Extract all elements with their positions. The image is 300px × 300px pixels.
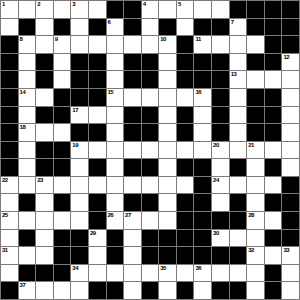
black-cell <box>124 107 141 124</box>
white-cell[interactable]: 22 <box>1 177 18 194</box>
white-cell[interactable]: 24 <box>212 177 229 194</box>
black-cell <box>89 282 106 299</box>
black-cell <box>54 265 71 282</box>
white-cell[interactable] <box>36 89 53 106</box>
black-cell <box>247 19 264 36</box>
clue-number: 30 <box>213 230 219 237</box>
black-cell <box>142 247 159 264</box>
clue-number: 34 <box>72 265 78 272</box>
white-cell[interactable] <box>1 19 18 36</box>
black-cell <box>107 1 124 18</box>
clue-number: 37 <box>20 282 26 289</box>
white-cell[interactable]: 31 <box>1 247 18 264</box>
black-cell <box>230 282 247 299</box>
black-cell <box>177 194 194 211</box>
white-cell[interactable] <box>265 247 282 264</box>
white-cell[interactable] <box>19 159 36 176</box>
white-cell[interactable] <box>212 159 229 176</box>
white-cell[interactable]: 30 <box>212 230 229 247</box>
white-cell[interactable] <box>71 19 88 36</box>
white-cell[interactable] <box>142 142 159 159</box>
white-cell[interactable]: 3 <box>71 1 88 18</box>
white-cell[interactable] <box>265 71 282 88</box>
black-cell <box>247 54 264 71</box>
black-cell <box>230 1 247 18</box>
white-cell[interactable] <box>19 177 36 194</box>
white-cell[interactable] <box>19 71 36 88</box>
white-cell[interactable] <box>107 124 124 141</box>
white-cell[interactable]: 23 <box>36 177 53 194</box>
white-cell[interactable] <box>282 142 299 159</box>
black-cell <box>282 1 299 18</box>
white-cell[interactable]: 34 <box>71 265 88 282</box>
white-cell[interactable] <box>54 124 71 141</box>
white-cell[interactable] <box>247 71 264 88</box>
white-cell[interactable] <box>159 54 176 71</box>
black-cell <box>1 142 18 159</box>
black-cell <box>265 36 282 53</box>
white-cell[interactable]: 20 <box>212 142 229 159</box>
white-cell[interactable]: 17 <box>71 107 88 124</box>
clue-number: 10 <box>160 36 166 43</box>
white-cell[interactable] <box>142 177 159 194</box>
black-cell <box>36 265 53 282</box>
white-cell[interactable] <box>36 19 53 36</box>
black-cell <box>89 159 106 176</box>
black-cell <box>194 71 211 88</box>
white-cell[interactable]: 36 <box>194 265 211 282</box>
white-cell[interactable] <box>107 71 124 88</box>
black-cell <box>265 124 282 141</box>
black-cell <box>194 194 211 211</box>
white-cell[interactable] <box>1 230 18 247</box>
black-cell <box>71 71 88 88</box>
white-cell[interactable] <box>36 247 53 264</box>
white-cell[interactable] <box>159 124 176 141</box>
white-cell[interactable] <box>89 1 106 18</box>
white-cell[interactable]: 37 <box>19 282 36 299</box>
white-cell[interactable] <box>230 265 247 282</box>
white-cell[interactable] <box>124 265 141 282</box>
white-cell[interactable]: 19 <box>71 142 88 159</box>
white-cell[interactable] <box>124 36 141 53</box>
white-cell[interactable] <box>282 124 299 141</box>
white-cell[interactable] <box>282 282 299 299</box>
white-cell[interactable] <box>194 1 211 18</box>
white-cell[interactable] <box>247 194 264 211</box>
black-cell <box>54 159 71 176</box>
white-cell[interactable] <box>159 1 176 18</box>
black-cell <box>177 54 194 71</box>
black-cell <box>212 124 229 141</box>
clue-number: 35 <box>160 265 166 272</box>
white-cell[interactable] <box>107 107 124 124</box>
white-cell[interactable]: 12 <box>282 54 299 71</box>
black-cell <box>1 89 18 106</box>
black-cell <box>177 71 194 88</box>
white-cell[interactable] <box>282 71 299 88</box>
white-cell[interactable] <box>177 142 194 159</box>
black-cell <box>89 54 106 71</box>
black-cell <box>247 124 264 141</box>
black-cell <box>107 247 124 264</box>
black-cell <box>19 265 36 282</box>
clue-number: 1 <box>2 1 5 8</box>
black-cell <box>36 54 53 71</box>
black-cell <box>265 265 282 282</box>
white-cell[interactable] <box>19 1 36 18</box>
white-cell[interactable]: 21 <box>247 142 264 159</box>
white-cell[interactable] <box>230 54 247 71</box>
black-cell <box>89 124 106 141</box>
white-cell[interactable] <box>247 265 264 282</box>
black-cell <box>265 89 282 106</box>
white-cell[interactable] <box>194 142 211 159</box>
white-cell[interactable] <box>265 212 282 229</box>
white-cell[interactable] <box>159 212 176 229</box>
black-cell <box>124 159 141 176</box>
clue-number: 8 <box>20 36 23 43</box>
black-cell <box>247 107 264 124</box>
black-cell <box>177 212 194 229</box>
clue-number: 15 <box>108 89 114 96</box>
white-cell[interactable] <box>124 89 141 106</box>
white-cell[interactable] <box>142 36 159 53</box>
white-cell[interactable]: 1 <box>1 1 18 18</box>
white-cell[interactable] <box>124 142 141 159</box>
white-cell[interactable] <box>71 282 88 299</box>
white-cell[interactable]: 14 <box>19 89 36 106</box>
white-cell[interactable] <box>282 89 299 106</box>
white-cell[interactable] <box>89 36 106 53</box>
black-cell <box>71 89 88 106</box>
white-cell[interactable] <box>247 282 264 299</box>
white-cell[interactable] <box>212 1 229 18</box>
white-cell[interactable]: 35 <box>159 265 176 282</box>
white-cell[interactable] <box>107 54 124 71</box>
black-cell <box>265 1 282 18</box>
white-cell[interactable]: 5 <box>177 1 194 18</box>
white-cell[interactable] <box>19 212 36 229</box>
black-cell <box>71 124 88 141</box>
black-cell <box>230 159 247 176</box>
clue-number: 3 <box>72 1 75 8</box>
white-cell[interactable]: 33 <box>282 247 299 264</box>
black-cell <box>230 194 247 211</box>
black-cell <box>1 54 18 71</box>
white-cell[interactable]: 10 <box>159 36 176 53</box>
white-cell[interactable] <box>71 159 88 176</box>
white-cell[interactable] <box>177 19 194 36</box>
black-cell <box>142 107 159 124</box>
black-cell <box>194 177 211 194</box>
white-cell[interactable]: 4 <box>142 1 159 18</box>
white-cell[interactable] <box>230 230 247 247</box>
white-cell[interactable] <box>230 36 247 53</box>
black-cell <box>36 71 53 88</box>
white-cell[interactable] <box>54 1 71 18</box>
white-cell[interactable] <box>54 212 71 229</box>
white-cell[interactable] <box>54 177 71 194</box>
clue-number: 23 <box>37 177 43 184</box>
white-cell[interactable] <box>212 194 229 211</box>
black-cell <box>247 89 264 106</box>
white-cell[interactable] <box>107 194 124 211</box>
clue-number: 24 <box>213 177 219 184</box>
black-cell <box>177 124 194 141</box>
white-cell[interactable] <box>282 107 299 124</box>
white-cell[interactable] <box>282 265 299 282</box>
black-cell <box>194 159 211 176</box>
black-cell <box>54 230 71 247</box>
white-cell[interactable] <box>19 142 36 159</box>
white-cell[interactable] <box>1 194 18 211</box>
white-cell[interactable] <box>159 71 176 88</box>
black-cell <box>212 212 229 229</box>
clue-number: 2 <box>37 1 40 8</box>
black-cell <box>1 282 18 299</box>
black-cell <box>177 159 194 176</box>
white-cell[interactable] <box>159 282 176 299</box>
black-cell <box>19 19 36 36</box>
black-cell <box>36 107 53 124</box>
white-cell[interactable] <box>36 194 53 211</box>
black-cell <box>194 19 211 36</box>
clue-number: 4 <box>143 1 146 8</box>
white-cell[interactable] <box>107 159 124 176</box>
clue-number: 13 <box>231 71 237 78</box>
white-cell[interactable] <box>89 107 106 124</box>
white-cell[interactable] <box>247 36 264 53</box>
white-cell[interactable] <box>247 230 264 247</box>
white-cell[interactable] <box>71 212 88 229</box>
white-cell[interactable] <box>247 177 264 194</box>
black-cell <box>1 107 18 124</box>
white-cell[interactable] <box>89 177 106 194</box>
black-cell <box>265 19 282 36</box>
white-cell[interactable] <box>194 107 211 124</box>
black-cell <box>89 19 106 36</box>
clue-number: 20 <box>213 142 219 149</box>
white-cell[interactable] <box>265 142 282 159</box>
clue-number: 17 <box>72 107 78 114</box>
white-cell[interactable] <box>54 282 71 299</box>
clue-number: 9 <box>55 36 58 43</box>
black-cell <box>36 142 53 159</box>
black-cell <box>124 71 141 88</box>
white-cell[interactable] <box>107 142 124 159</box>
clue-number: 33 <box>283 247 289 254</box>
black-cell <box>282 230 299 247</box>
black-cell <box>1 159 18 176</box>
clue-number: 12 <box>283 54 289 61</box>
clue-number: 28 <box>248 212 254 219</box>
white-cell[interactable] <box>124 247 141 264</box>
white-cell[interactable] <box>159 142 176 159</box>
black-cell <box>247 1 264 18</box>
white-cell[interactable] <box>19 54 36 71</box>
black-cell <box>177 230 194 247</box>
white-cell[interactable] <box>107 265 124 282</box>
white-cell[interactable]: 6 <box>107 19 124 36</box>
black-cell <box>1 71 18 88</box>
white-cell[interactable] <box>54 54 71 71</box>
white-cell[interactable] <box>282 159 299 176</box>
black-cell <box>265 194 282 211</box>
white-cell[interactable] <box>212 36 229 53</box>
black-cell <box>265 282 282 299</box>
white-cell[interactable]: 28 <box>247 212 264 229</box>
black-cell <box>54 247 71 264</box>
white-cell[interactable]: 2 <box>36 1 53 18</box>
black-cell <box>265 230 282 247</box>
white-cell[interactable] <box>1 265 18 282</box>
white-cell[interactable]: 25 <box>1 212 18 229</box>
black-cell <box>107 230 124 247</box>
black-cell <box>142 54 159 71</box>
black-cell <box>177 107 194 124</box>
white-cell[interactable]: 32 <box>247 247 264 264</box>
white-cell[interactable] <box>159 107 176 124</box>
black-cell <box>71 230 88 247</box>
white-cell[interactable] <box>177 89 194 106</box>
black-cell <box>124 1 141 18</box>
black-cell <box>177 36 194 53</box>
white-cell[interactable] <box>142 19 159 36</box>
black-cell <box>54 142 71 159</box>
clue-number: 31 <box>2 247 8 254</box>
black-cell <box>265 107 282 124</box>
black-cell <box>159 19 176 36</box>
clue-number: 11 <box>195 36 200 43</box>
black-cell <box>159 247 176 264</box>
white-cell[interactable]: 13 <box>230 71 247 88</box>
white-cell[interactable]: 27 <box>124 212 141 229</box>
white-cell[interactable] <box>36 230 53 247</box>
white-cell[interactable] <box>247 159 264 176</box>
white-cell[interactable] <box>230 124 247 141</box>
white-cell[interactable]: 9 <box>54 36 71 53</box>
black-cell <box>142 194 159 211</box>
white-cell[interactable] <box>230 107 247 124</box>
white-cell[interactable] <box>36 282 53 299</box>
white-cell[interactable]: 29 <box>89 230 106 247</box>
black-cell <box>194 247 211 264</box>
white-cell[interactable] <box>89 265 106 282</box>
white-cell[interactable] <box>71 177 88 194</box>
black-cell <box>89 212 106 229</box>
black-cell <box>142 159 159 176</box>
white-cell[interactable] <box>19 107 36 124</box>
black-cell <box>177 247 194 264</box>
white-cell[interactable] <box>124 282 141 299</box>
white-cell[interactable] <box>212 265 229 282</box>
clue-number: 7 <box>231 19 234 26</box>
white-cell[interactable] <box>71 194 88 211</box>
clue-number: 36 <box>195 265 201 272</box>
white-cell[interactable] <box>230 89 247 106</box>
black-cell <box>89 89 106 106</box>
white-cell[interactable] <box>142 89 159 106</box>
black-cell <box>54 89 71 106</box>
white-cell[interactable] <box>124 230 141 247</box>
black-cell <box>194 212 211 229</box>
black-cell <box>282 36 299 53</box>
black-cell <box>19 230 36 247</box>
clue-number: 29 <box>90 230 96 237</box>
white-cell[interactable] <box>36 124 53 141</box>
white-cell[interactable]: 26 <box>107 212 124 229</box>
black-cell <box>194 54 211 71</box>
black-cell <box>212 89 229 106</box>
white-cell[interactable] <box>107 177 124 194</box>
white-cell[interactable] <box>107 36 124 53</box>
black-cell <box>89 194 106 211</box>
white-cell[interactable] <box>89 142 106 159</box>
black-cell <box>212 19 229 36</box>
white-cell[interactable] <box>177 177 194 194</box>
white-cell[interactable]: 16 <box>194 89 211 106</box>
black-cell <box>71 54 88 71</box>
black-cell <box>265 54 282 71</box>
white-cell[interactable] <box>142 212 159 229</box>
black-cell <box>36 159 53 176</box>
white-cell[interactable] <box>142 265 159 282</box>
white-cell[interactable] <box>230 177 247 194</box>
white-cell[interactable] <box>194 124 211 141</box>
white-cell[interactable] <box>230 142 247 159</box>
clue-number: 6 <box>108 19 111 26</box>
white-cell[interactable] <box>19 247 36 264</box>
white-cell[interactable] <box>159 159 176 176</box>
black-cell <box>54 194 71 211</box>
black-cell <box>89 71 106 88</box>
black-cell <box>1 36 18 53</box>
white-cell[interactable]: 11 <box>194 36 211 53</box>
white-cell[interactable]: 7 <box>230 19 247 36</box>
black-cell <box>142 230 159 247</box>
clue-number: 19 <box>72 142 78 149</box>
black-cell <box>230 212 247 229</box>
clue-number: 25 <box>2 212 8 219</box>
black-cell <box>142 282 159 299</box>
white-cell[interactable]: 8 <box>19 36 36 53</box>
white-cell[interactable] <box>124 177 141 194</box>
black-cell <box>194 230 211 247</box>
white-cell[interactable] <box>177 265 194 282</box>
white-cell[interactable] <box>89 247 106 264</box>
black-cell <box>142 124 159 141</box>
white-cell[interactable] <box>194 282 211 299</box>
white-cell[interactable] <box>54 71 71 88</box>
white-cell[interactable] <box>36 36 53 53</box>
white-cell[interactable] <box>159 89 176 106</box>
white-cell[interactable] <box>159 194 176 211</box>
black-cell <box>54 19 71 36</box>
black-cell <box>230 247 247 264</box>
black-cell <box>265 159 282 176</box>
clue-number: 14 <box>20 89 26 96</box>
white-cell[interactable] <box>71 36 88 53</box>
white-cell[interactable]: 18 <box>19 124 36 141</box>
clue-number: 5 <box>178 1 181 8</box>
white-cell[interactable] <box>159 177 176 194</box>
clue-number: 27 <box>125 212 131 219</box>
clue-number: 21 <box>248 142 254 149</box>
white-cell[interactable] <box>265 177 282 194</box>
white-cell[interactable]: 15 <box>107 89 124 106</box>
white-cell[interactable] <box>36 212 53 229</box>
